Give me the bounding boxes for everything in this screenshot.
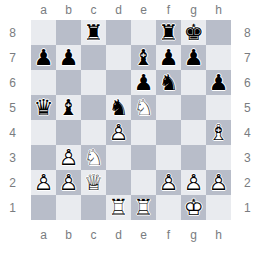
white-pawn: ♟♙ — [31, 170, 56, 195]
square-e1[interactable]: ♜♖ — [131, 195, 156, 220]
piece-outline-layer: ♙ — [106, 120, 131, 145]
rank-label-2: 2 — [0, 170, 31, 195]
square-d5[interactable]: ♞ — [106, 95, 131, 120]
square-d2[interactable] — [106, 170, 131, 195]
square-e3[interactable] — [131, 145, 156, 170]
rank-label-2: 2 — [231, 170, 267, 195]
square-h1[interactable] — [206, 195, 231, 220]
piece-outline-layer: ♖ — [131, 195, 156, 220]
file-label-e: e — [131, 220, 156, 250]
piece-outline-layer: ♙ — [56, 170, 81, 195]
piece-outline-layer: ♙ — [156, 170, 181, 195]
square-e6[interactable]: ♟ — [131, 70, 156, 95]
black-king: ♚ — [181, 20, 206, 45]
square-g2[interactable]: ♟♙ — [181, 170, 206, 195]
piece-outline-layer: ♔ — [181, 195, 206, 220]
square-d3[interactable] — [106, 145, 131, 170]
file-label-b: b — [56, 220, 81, 250]
square-f2[interactable]: ♟♙ — [156, 170, 181, 195]
black-knight: ♞ — [156, 70, 181, 95]
rank-label-4: 4 — [0, 120, 31, 145]
square-c6[interactable] — [81, 70, 106, 95]
rank-label-7: 7 — [231, 45, 267, 70]
chess-board: ♜♜♚♟♟♝♟♟♟♞♟♛♝♞♞♘♟♙♝♗♟♙♞♘♟♙♟♙♛♕♟♙♟♙♟♙♜♖♜♖… — [31, 20, 231, 220]
square-b4[interactable] — [56, 120, 81, 145]
square-a2[interactable]: ♟♙ — [31, 170, 56, 195]
file-label-b: b — [56, 0, 81, 20]
square-h7[interactable] — [206, 45, 231, 70]
white-queen: ♛♕ — [81, 170, 106, 195]
square-b8[interactable] — [56, 20, 81, 45]
piece-outline-layer: ♙ — [56, 145, 81, 170]
black-rook: ♜ — [156, 20, 181, 45]
square-d7[interactable] — [106, 45, 131, 70]
rank-labels-left: 87654321 — [0, 20, 31, 220]
white-pawn: ♟♙ — [206, 170, 231, 195]
rank-labels-right: 87654321 — [231, 20, 267, 220]
square-g6[interactable] — [181, 70, 206, 95]
square-f1[interactable] — [156, 195, 181, 220]
black-pawn: ♟ — [156, 45, 181, 70]
white-pawn: ♟♙ — [181, 170, 206, 195]
square-h4[interactable]: ♝♗ — [206, 120, 231, 145]
square-d4[interactable]: ♟♙ — [106, 120, 131, 145]
rank-label-8: 8 — [0, 20, 31, 45]
black-queen: ♛ — [31, 95, 56, 120]
square-e5[interactable]: ♞♘ — [131, 95, 156, 120]
square-g7[interactable]: ♟ — [181, 45, 206, 70]
square-h2[interactable]: ♟♙ — [206, 170, 231, 195]
white-rook: ♜♖ — [106, 195, 131, 220]
black-bishop: ♝ — [131, 45, 156, 70]
rank-label-4: 4 — [231, 120, 267, 145]
rank-label-8: 8 — [231, 20, 267, 45]
file-label-f: f — [156, 220, 181, 250]
square-f3[interactable] — [156, 145, 181, 170]
square-e2[interactable] — [131, 170, 156, 195]
square-f4[interactable] — [156, 120, 181, 145]
square-e4[interactable] — [131, 120, 156, 145]
black-bishop: ♝ — [56, 95, 81, 120]
white-knight: ♞♘ — [131, 95, 156, 120]
file-label-g: g — [181, 220, 206, 250]
square-f6[interactable]: ♞ — [156, 70, 181, 95]
square-b5[interactable]: ♝ — [56, 95, 81, 120]
square-b7[interactable]: ♟ — [56, 45, 81, 70]
white-bishop: ♝♗ — [206, 120, 231, 145]
file-label-h: h — [206, 220, 231, 250]
rank-label-6: 6 — [231, 70, 267, 95]
square-a6[interactable] — [31, 70, 56, 95]
piece-outline-layer: ♕ — [81, 170, 106, 195]
black-pawn: ♟ — [181, 45, 206, 70]
square-g8[interactable]: ♚ — [181, 20, 206, 45]
rank-label-1: 1 — [231, 195, 267, 220]
square-d6[interactable] — [106, 70, 131, 95]
rank-label-7: 7 — [0, 45, 31, 70]
file-label-e: e — [131, 0, 156, 20]
piece-outline-layer: ♗ — [206, 120, 231, 145]
rank-label-5: 5 — [231, 95, 267, 120]
square-e8[interactable] — [131, 20, 156, 45]
square-f7[interactable]: ♟ — [156, 45, 181, 70]
file-label-c: c — [81, 0, 106, 20]
white-pawn: ♟♙ — [56, 145, 81, 170]
white-king: ♚♔ — [181, 195, 206, 220]
square-e7[interactable]: ♝ — [131, 45, 156, 70]
square-h8[interactable] — [206, 20, 231, 45]
square-g3[interactable] — [181, 145, 206, 170]
square-g5[interactable] — [181, 95, 206, 120]
square-h3[interactable] — [206, 145, 231, 170]
piece-outline-layer: ♙ — [206, 170, 231, 195]
file-label-a: a — [31, 0, 56, 20]
square-b6[interactable] — [56, 70, 81, 95]
square-h6[interactable]: ♟ — [206, 70, 231, 95]
square-a7[interactable]: ♟ — [31, 45, 56, 70]
square-d8[interactable] — [106, 20, 131, 45]
black-pawn: ♟ — [56, 45, 81, 70]
rank-label-3: 3 — [0, 145, 31, 170]
black-pawn: ♟ — [31, 45, 56, 70]
square-a5[interactable]: ♛ — [31, 95, 56, 120]
file-label-d: d — [106, 0, 131, 20]
piece-outline-layer: ♘ — [131, 95, 156, 120]
white-pawn: ♟♙ — [156, 170, 181, 195]
rank-label-6: 6 — [0, 70, 31, 95]
file-label-c: c — [81, 220, 106, 250]
rank-label-3: 3 — [231, 145, 267, 170]
black-knight: ♞ — [106, 95, 131, 120]
square-c3[interactable]: ♞♘ — [81, 145, 106, 170]
file-label-g: g — [181, 0, 206, 20]
square-g1[interactable]: ♚♔ — [181, 195, 206, 220]
square-f5[interactable] — [156, 95, 181, 120]
file-labels-top: abcdefgh — [31, 0, 267, 20]
square-c1[interactable] — [81, 195, 106, 220]
rank-label-5: 5 — [0, 95, 31, 120]
square-b2[interactable]: ♟♙ — [56, 170, 81, 195]
square-b1[interactable] — [56, 195, 81, 220]
square-c4[interactable] — [81, 120, 106, 145]
white-knight: ♞♘ — [81, 145, 106, 170]
square-d1[interactable]: ♜♖ — [106, 195, 131, 220]
square-c7[interactable] — [81, 45, 106, 70]
square-a4[interactable] — [31, 120, 56, 145]
piece-outline-layer: ♘ — [81, 145, 106, 170]
file-label-h: h — [206, 0, 231, 20]
piece-outline-layer: ♙ — [181, 170, 206, 195]
black-pawn: ♟ — [131, 70, 156, 95]
file-labels-bottom: abcdefgh — [31, 220, 267, 248]
white-pawn: ♟♙ — [106, 120, 131, 145]
square-g4[interactable] — [181, 120, 206, 145]
black-pawn: ♟ — [206, 70, 231, 95]
rank-label-1: 1 — [0, 195, 31, 220]
square-f8[interactable]: ♜ — [156, 20, 181, 45]
piece-outline-layer: ♖ — [106, 195, 131, 220]
piece-outline-layer: ♙ — [31, 170, 56, 195]
file-label-d: d — [106, 220, 131, 250]
square-a3[interactable] — [31, 145, 56, 170]
white-pawn: ♟♙ — [56, 170, 81, 195]
square-c8[interactable]: ♜ — [81, 20, 106, 45]
square-h5[interactable] — [206, 95, 231, 120]
square-c5[interactable] — [81, 95, 106, 120]
chess-diagram: abcdefgh 87654321 ♜♜♚♟♟♝♟♟♟♞♟♛♝♞♞♘♟♙♝♗♟♙… — [0, 0, 267, 258]
file-label-a: a — [31, 220, 56, 250]
square-a8[interactable] — [31, 20, 56, 45]
black-rook: ♜ — [81, 20, 106, 45]
file-label-f: f — [156, 0, 181, 20]
square-b3[interactable]: ♟♙ — [56, 145, 81, 170]
white-rook: ♜♖ — [131, 195, 156, 220]
square-c2[interactable]: ♛♕ — [81, 170, 106, 195]
square-a1[interactable] — [31, 195, 56, 220]
